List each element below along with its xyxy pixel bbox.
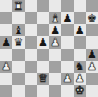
square-b2[interactable] <box>12 73 24 85</box>
white-king-icon: ♚ <box>75 85 85 96</box>
square-e1[interactable] <box>49 85 61 97</box>
square-h6[interactable] <box>86 24 98 36</box>
white-bishop-icon: ♝ <box>50 13 60 24</box>
square-c2[interactable] <box>25 73 37 85</box>
square-b5[interactable]: ♛ <box>12 36 24 48</box>
square-f6[interactable] <box>61 24 73 36</box>
square-a2[interactable] <box>0 73 12 85</box>
square-d7[interactable] <box>37 12 49 24</box>
square-f5[interactable] <box>61 36 73 48</box>
square-h1[interactable] <box>86 85 98 97</box>
square-b6[interactable]: ♝ <box>12 24 24 36</box>
square-c5[interactable] <box>25 36 37 48</box>
black-pawn-icon: ♟ <box>50 25 60 36</box>
square-d4[interactable] <box>37 49 49 61</box>
white-pawn-icon: ♟ <box>62 73 72 84</box>
square-b3[interactable] <box>12 61 24 73</box>
square-c7[interactable] <box>25 12 37 24</box>
square-c6[interactable] <box>25 24 37 36</box>
square-f3[interactable] <box>61 61 73 73</box>
square-a7[interactable] <box>0 12 12 24</box>
square-h4[interactable]: ♟ <box>86 49 98 61</box>
square-g8[interactable] <box>74 0 86 12</box>
square-g7[interactable] <box>74 12 86 24</box>
square-f1[interactable] <box>61 85 73 97</box>
square-d5[interactable]: ♟ <box>37 36 49 48</box>
square-e7[interactable]: ♝ <box>49 12 61 24</box>
square-e2[interactable] <box>49 73 61 85</box>
white-queen-icon: ♛ <box>38 73 48 84</box>
square-c4[interactable] <box>25 49 37 61</box>
white-pawn-icon: ♟ <box>87 61 97 72</box>
black-queen-icon: ♛ <box>13 37 23 48</box>
square-a8[interactable] <box>0 0 12 12</box>
white-pawn-icon: ♟ <box>1 61 11 72</box>
square-c8[interactable] <box>25 0 37 12</box>
square-g5[interactable] <box>74 36 86 48</box>
square-c3[interactable] <box>25 61 37 73</box>
chess-board: ♜♝♟♚♝♟♟♟♛♟♟♟♟♞♟♛♟♟♚ <box>0 0 98 97</box>
black-pawn-icon: ♟ <box>1 37 11 48</box>
black-pawn-icon: ♟ <box>87 49 97 60</box>
square-d8[interactable] <box>37 0 49 12</box>
board-wrap: ♜♝♟♚♝♟♟♟♛♟♟♟♟♞♟♛♟♟♚ <box>0 0 98 97</box>
square-f7[interactable]: ♟ <box>61 12 73 24</box>
black-king-icon: ♚ <box>87 13 97 24</box>
square-e6[interactable]: ♟ <box>49 24 61 36</box>
square-g4[interactable] <box>74 49 86 61</box>
square-h3[interactable]: ♟ <box>86 61 98 73</box>
white-pawn-icon: ♟ <box>50 37 60 48</box>
square-h7[interactable]: ♚ <box>86 12 98 24</box>
square-h8[interactable] <box>86 0 98 12</box>
square-d1[interactable] <box>37 85 49 97</box>
square-h2[interactable] <box>86 73 98 85</box>
black-pawn-icon: ♟ <box>38 37 48 48</box>
square-a6[interactable] <box>0 24 12 36</box>
square-b1[interactable] <box>12 85 24 97</box>
black-knight-icon: ♞ <box>75 61 85 72</box>
square-a1[interactable] <box>0 85 12 97</box>
square-g1[interactable]: ♚ <box>74 85 86 97</box>
square-e5[interactable]: ♟ <box>49 36 61 48</box>
square-b8[interactable]: ♜ <box>12 0 24 12</box>
square-b4[interactable] <box>12 49 24 61</box>
white-pawn-icon: ♟ <box>75 73 85 84</box>
square-e8[interactable] <box>49 0 61 12</box>
black-pawn-icon: ♟ <box>62 13 72 24</box>
square-a4[interactable] <box>0 49 12 61</box>
square-a3[interactable]: ♟ <box>0 61 12 73</box>
square-f8[interactable] <box>61 0 73 12</box>
square-g2[interactable]: ♟ <box>74 73 86 85</box>
square-a5[interactable]: ♟ <box>0 36 12 48</box>
square-e3[interactable] <box>49 61 61 73</box>
square-g6[interactable]: ♟ <box>74 24 86 36</box>
square-f2[interactable]: ♟ <box>61 73 73 85</box>
square-g3[interactable]: ♞ <box>74 61 86 73</box>
white-rook-icon: ♜ <box>13 1 23 12</box>
square-d2[interactable]: ♛ <box>37 73 49 85</box>
square-h5[interactable] <box>86 36 98 48</box>
square-e4[interactable] <box>49 49 61 61</box>
square-d3[interactable] <box>37 61 49 73</box>
square-d6[interactable] <box>37 24 49 36</box>
square-c1[interactable] <box>25 85 37 97</box>
black-pawn-icon: ♟ <box>75 25 85 36</box>
black-bishop-icon: ♝ <box>13 25 23 36</box>
square-b7[interactable] <box>12 12 24 24</box>
square-f4[interactable] <box>61 49 73 61</box>
